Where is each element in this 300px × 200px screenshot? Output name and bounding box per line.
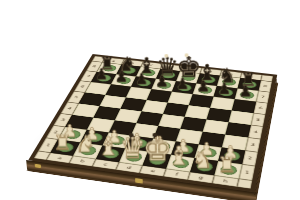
- scene: abcdefgh8♜♞♝♛♚♝♞♜87♟♟♟♟♟♟♟♟7665544332♟♟♟…: [0, 0, 300, 200]
- white-knight[interactable]: ♞: [190, 149, 214, 172]
- finial: [129, 133, 133, 137]
- black-pawn[interactable]: ♟: [214, 81, 235, 96]
- white-queen[interactable]: ♛: [119, 133, 143, 163]
- square-g6[interactable]: [210, 97, 235, 111]
- black-pawn[interactable]: ♟: [172, 77, 193, 92]
- brass-hinge-icon: [35, 164, 42, 168]
- brass-clasp-icon: [135, 178, 143, 184]
- black-pawn[interactable]: ♟: [235, 84, 256, 100]
- white-knight[interactable]: ♞: [73, 133, 97, 156]
- white-rook[interactable]: ♜: [215, 154, 240, 175]
- product-photo: abcdefgh8♜♞♝♛♚♝♞♜87♟♟♟♟♟♟♟♟7665544332♟♟♟…: [0, 0, 300, 200]
- finial: [165, 54, 168, 57]
- black-pawn[interactable]: ♟: [131, 72, 152, 87]
- white-bishop[interactable]: ♝: [166, 144, 190, 169]
- white-king[interactable]: ♚: [143, 133, 167, 166]
- board-corner: [237, 179, 252, 189]
- black-pawn[interactable]: ♟: [152, 74, 173, 89]
- white-rook[interactable]: ♜: [51, 133, 75, 153]
- black-pawn[interactable]: ♟: [111, 70, 132, 85]
- white-bishop[interactable]: ♝: [96, 134, 120, 159]
- black-pawn[interactable]: ♟: [193, 79, 214, 94]
- finial: [185, 53, 188, 56]
- black-pawn[interactable]: ♟: [91, 67, 112, 82]
- chess-board: abcdefgh8♜♞♝♛♚♝♞♜87♟♟♟♟♟♟♟♟7665544332♟♟♟…: [28, 54, 277, 192]
- finial: [153, 133, 157, 137]
